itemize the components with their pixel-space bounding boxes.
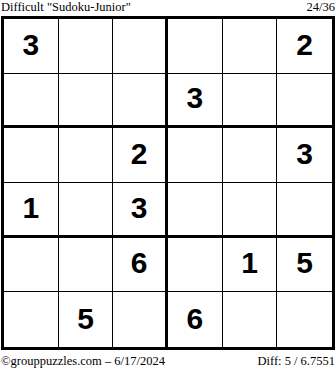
cell-r4c1[interactable]: 1 [4,183,59,238]
cell-r3c5[interactable] [223,128,278,183]
cell-r5c5[interactable]: 1 [223,238,278,293]
cell-r4c5[interactable] [223,183,278,238]
cell-r6c6[interactable] [277,292,332,347]
cell-r1c6[interactable]: 2 [277,19,332,74]
cell-r2c1[interactable] [4,74,59,129]
cell-r3c3[interactable]: 2 [113,128,168,183]
cell-r4c6[interactable] [277,183,332,238]
cell-r6c1[interactable] [4,292,59,347]
cell-r2c3[interactable] [113,74,168,129]
cell-r6c5[interactable] [223,292,278,347]
cell-r4c2[interactable] [59,183,114,238]
copyright-text: ©grouppuzzles.com – 6/17/2024 [1,354,165,368]
cell-r1c2[interactable] [59,19,114,74]
cell-r3c4[interactable] [168,128,223,183]
puzzle-title: Difficult "Sudoku-Junior" [1,0,131,14]
sudoku-board: 323231361556 [1,16,335,350]
cell-r5c4[interactable] [168,238,223,293]
cell-r1c4[interactable] [168,19,223,74]
cell-r2c5[interactable] [223,74,278,129]
cell-r5c6[interactable]: 5 [277,238,332,293]
cell-r5c1[interactable] [4,238,59,293]
cell-r2c4[interactable]: 3 [168,74,223,129]
cell-r4c4[interactable] [168,183,223,238]
cell-r2c6[interactable] [277,74,332,129]
difficulty-text: Diff: 5 / 6.7551 [257,354,335,368]
header: Difficult "Sudoku-Junior" 24/36 [1,0,335,15]
cell-r5c2[interactable] [59,238,114,293]
cell-r5c3[interactable]: 6 [113,238,168,293]
cell-r2c2[interactable] [59,74,114,129]
cell-r6c4[interactable]: 6 [168,292,223,347]
cell-r3c2[interactable] [59,128,114,183]
progress-counter: 24/36 [307,0,335,14]
cell-r3c6[interactable]: 3 [277,128,332,183]
cell-r6c2[interactable]: 5 [59,292,114,347]
puzzle-page: Difficult "Sudoku-Junior" 24/36 32323136… [0,0,336,370]
cell-r1c1[interactable]: 3 [4,19,59,74]
footer: ©grouppuzzles.com – 6/17/2024 Diff: 5 / … [1,353,335,368]
cell-r3c1[interactable] [4,128,59,183]
cell-r6c3[interactable] [113,292,168,347]
cell-r1c3[interactable] [113,19,168,74]
cell-r1c5[interactable] [223,19,278,74]
cell-r4c3[interactable]: 3 [113,183,168,238]
